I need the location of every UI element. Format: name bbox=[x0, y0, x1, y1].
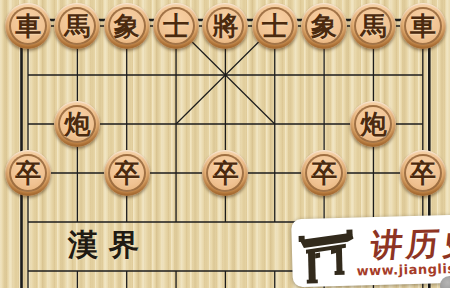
piece-black-advisor-right[interactable]: 士 bbox=[252, 3, 298, 49]
piece-black-cannon-left[interactable]: 炮 bbox=[54, 101, 100, 147]
piece-glyph: 車 bbox=[5, 3, 51, 49]
piece-glyph: 卒 bbox=[104, 150, 150, 196]
piece-black-soldier-5[interactable]: 卒 bbox=[400, 150, 446, 196]
piece-glyph: 卒 bbox=[301, 150, 347, 196]
river-label: 漢界 bbox=[68, 229, 150, 261]
piece-black-general[interactable]: 將 bbox=[202, 3, 248, 49]
piece-black-soldier-3[interactable]: 卒 bbox=[202, 150, 248, 196]
piece-black-chariot-right[interactable]: 車 bbox=[400, 3, 446, 49]
piece-black-elephant-left[interactable]: 象 bbox=[104, 3, 150, 49]
xiangqi-board: 漢界 車馬象士將士象馬車炮炮卒卒卒卒卒 讲历史 www.jianglishi.c… bbox=[0, 0, 450, 288]
piece-black-soldier-2[interactable]: 卒 bbox=[104, 150, 150, 196]
piece-glyph: 卒 bbox=[400, 150, 446, 196]
piece-black-horse-right[interactable]: 馬 bbox=[350, 3, 396, 49]
piece-glyph: 象 bbox=[301, 3, 347, 49]
piece-black-chariot-left[interactable]: 車 bbox=[5, 3, 51, 49]
piece-black-advisor-left[interactable]: 士 bbox=[153, 3, 199, 49]
piece-glyph: 卒 bbox=[202, 150, 248, 196]
piece-glyph: 士 bbox=[252, 3, 298, 49]
piece-black-cannon-right[interactable]: 炮 bbox=[350, 101, 396, 147]
piece-glyph: 馬 bbox=[54, 3, 100, 49]
paifang-gate-icon bbox=[297, 225, 354, 284]
piece-glyph: 士 bbox=[153, 3, 199, 49]
piece-glyph: 炮 bbox=[54, 101, 100, 147]
watermark-brand-text: 讲历史 bbox=[368, 224, 450, 263]
piece-black-elephant-right[interactable]: 象 bbox=[301, 3, 347, 49]
piece-glyph: 炮 bbox=[350, 101, 396, 147]
piece-black-soldier-1[interactable]: 卒 bbox=[5, 150, 51, 196]
piece-glyph: 馬 bbox=[350, 3, 396, 49]
piece-glyph: 將 bbox=[202, 3, 248, 49]
piece-glyph: 卒 bbox=[5, 150, 51, 196]
piece-glyph: 象 bbox=[104, 3, 150, 49]
piece-glyph: 車 bbox=[400, 3, 446, 49]
piece-black-soldier-4[interactable]: 卒 bbox=[301, 150, 347, 196]
watermark-badge: 讲历史 www.jianglishi.cn bbox=[291, 215, 450, 287]
piece-black-horse-left[interactable]: 馬 bbox=[54, 3, 100, 49]
